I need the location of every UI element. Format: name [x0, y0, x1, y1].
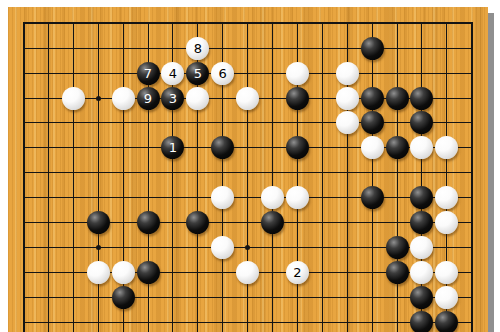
move-number: 8: [194, 42, 202, 55]
stone-white: [261, 186, 284, 209]
stone-black: [410, 186, 433, 209]
stone-black: [410, 111, 433, 134]
stone-white: [410, 136, 433, 159]
stone-black: [361, 37, 384, 60]
page: 874569312: [0, 0, 500, 332]
stone-white: [435, 136, 458, 159]
star-point: [96, 96, 101, 101]
stone-white-move-8: 8: [186, 37, 209, 60]
stone-black: [186, 211, 209, 234]
stone-white: [186, 87, 209, 110]
stone-black: [87, 211, 110, 234]
stone-white: [211, 236, 234, 259]
stone-white: [211, 186, 234, 209]
stone-white: [87, 261, 110, 284]
stone-white: [336, 87, 359, 110]
stone-white: [236, 261, 259, 284]
stone-black: [286, 87, 309, 110]
grid-line-horizontal: [23, 73, 473, 74]
grid-line-vertical: [48, 23, 49, 332]
stone-black: [386, 236, 409, 259]
grid-line-horizontal: [23, 122, 473, 123]
stone-white: [435, 286, 458, 309]
stone-black: [386, 261, 409, 284]
move-number: 4: [169, 67, 177, 80]
grid-line-horizontal: [23, 197, 473, 198]
stone-black: [386, 136, 409, 159]
stone-black: [410, 311, 433, 332]
stone-black: [137, 261, 160, 284]
move-number: 6: [219, 67, 227, 80]
stone-white: [435, 261, 458, 284]
stone-black: [112, 286, 135, 309]
grid-line-vertical: [247, 23, 248, 332]
stone-white: [286, 62, 309, 85]
stone-black: [361, 111, 384, 134]
go-board[interactable]: 874569312: [8, 7, 488, 332]
grid-line-vertical: [372, 23, 373, 332]
grid-line-vertical: [397, 23, 398, 332]
grid-line-vertical: [23, 23, 25, 332]
stone-white: [336, 62, 359, 85]
stone-black: [211, 136, 234, 159]
stone-white: [62, 87, 85, 110]
stone-white: [435, 186, 458, 209]
move-number: 9: [144, 92, 152, 105]
move-number: 3: [169, 92, 177, 105]
star-point: [96, 245, 101, 250]
stone-black: [435, 311, 458, 332]
stone-white-move-4: 4: [161, 62, 184, 85]
grid-line-horizontal: [23, 48, 473, 49]
grid-line-vertical: [322, 23, 323, 332]
move-number: 1: [169, 141, 177, 154]
stone-black-move-3: 3: [161, 87, 184, 110]
stone-black: [410, 286, 433, 309]
stone-black-move-1: 1: [161, 136, 184, 159]
stone-white: [236, 87, 259, 110]
move-number: 5: [194, 67, 202, 80]
stone-white-move-6: 6: [211, 62, 234, 85]
move-number: 7: [144, 67, 152, 80]
stone-white: [410, 236, 433, 259]
stone-black: [137, 211, 160, 234]
stone-white-move-2: 2: [286, 261, 309, 284]
stone-black: [261, 211, 284, 234]
grid-line-horizontal: [23, 297, 473, 298]
stone-white: [112, 261, 135, 284]
stone-black-move-5: 5: [186, 62, 209, 85]
move-number: 2: [293, 266, 301, 279]
stone-black: [361, 87, 384, 110]
stone-white: [410, 261, 433, 284]
grid-line-vertical: [98, 23, 99, 332]
stone-white: [435, 211, 458, 234]
stone-black: [361, 186, 384, 209]
stone-black: [410, 87, 433, 110]
grid-line-horizontal: [23, 322, 473, 323]
stone-white: [336, 111, 359, 134]
stone-white: [112, 87, 135, 110]
stone-white: [286, 186, 309, 209]
grid-line-vertical: [272, 23, 273, 332]
board-shadow: [488, 13, 494, 332]
stone-black-move-7: 7: [137, 62, 160, 85]
stone-black-move-9: 9: [137, 87, 160, 110]
grid-line-horizontal: [23, 172, 473, 173]
grid-line-vertical: [471, 23, 473, 332]
star-point: [245, 245, 250, 250]
grid-line-horizontal: [23, 22, 473, 24]
stone-black: [386, 87, 409, 110]
stone-black: [410, 211, 433, 234]
stone-white: [361, 136, 384, 159]
stone-black: [286, 136, 309, 159]
grid-line-vertical: [73, 23, 74, 332]
